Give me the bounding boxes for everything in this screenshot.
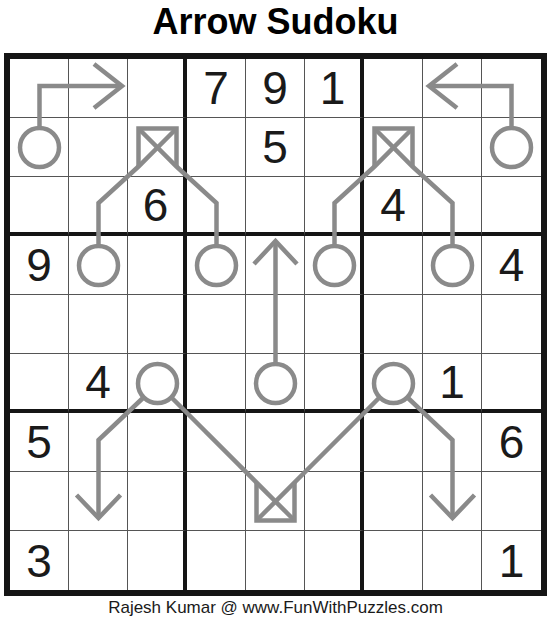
cell-r5c7[interactable] — [364, 295, 423, 354]
cell-r2c2[interactable] — [69, 118, 128, 177]
cell-r4c2[interactable] — [69, 236, 128, 295]
cell-r7c7[interactable] — [364, 413, 423, 472]
cell-r5c5[interactable] — [246, 295, 305, 354]
cell-r6c3[interactable] — [128, 354, 187, 413]
cell-r8c1[interactable] — [10, 472, 69, 531]
cell-r2c9[interactable] — [482, 118, 541, 177]
given-digit-r6c2[interactable]: 4 — [69, 354, 128, 413]
cell-r6c7[interactable] — [364, 354, 423, 413]
cell-r8c7[interactable] — [364, 472, 423, 531]
puzzle-title: Arrow Sudoku — [0, 1, 551, 43]
cell-r4c6[interactable] — [305, 236, 364, 295]
cell-r8c3[interactable] — [128, 472, 187, 531]
page: Arrow Sudoku 79156494415631 — [0, 0, 551, 621]
cell-r5c3[interactable] — [128, 295, 187, 354]
given-digit-r6c8[interactable]: 1 — [423, 354, 482, 413]
sudoku-board: 79156494415631 — [4, 53, 547, 596]
cell-r1c7[interactable] — [364, 59, 423, 118]
cell-r1c3[interactable] — [128, 59, 187, 118]
cell-r3c2[interactable] — [69, 177, 128, 236]
cell-r9c3[interactable] — [128, 531, 187, 590]
cell-r8c2[interactable] — [69, 472, 128, 531]
cell-r4c4[interactable] — [187, 236, 246, 295]
given-digit-r7c9[interactable]: 6 — [482, 413, 541, 472]
cell-r8c4[interactable] — [187, 472, 246, 531]
given-digit-r7c1[interactable]: 5 — [10, 413, 69, 472]
cell-r5c2[interactable] — [69, 295, 128, 354]
cell-r6c4[interactable] — [187, 354, 246, 413]
cell-r7c3[interactable] — [128, 413, 187, 472]
cell-r1c2[interactable] — [69, 59, 128, 118]
cell-r2c7[interactable] — [364, 118, 423, 177]
cell-r5c4[interactable] — [187, 295, 246, 354]
cell-r8c9[interactable] — [482, 472, 541, 531]
cell-r2c3[interactable] — [128, 118, 187, 177]
cell-r3c8[interactable] — [423, 177, 482, 236]
cell-r6c1[interactable] — [10, 354, 69, 413]
cell-r1c1[interactable] — [10, 59, 69, 118]
given-digit-r9c9[interactable]: 1 — [482, 531, 541, 590]
cell-r3c6[interactable] — [305, 177, 364, 236]
cell-r3c1[interactable] — [10, 177, 69, 236]
cell-r4c3[interactable] — [128, 236, 187, 295]
cell-r9c8[interactable] — [423, 531, 482, 590]
cell-r5c9[interactable] — [482, 295, 541, 354]
cell-r1c9[interactable] — [482, 59, 541, 118]
given-digit-r1c5[interactable]: 9 — [246, 59, 305, 118]
cell-r7c6[interactable] — [305, 413, 364, 472]
cell-r8c5[interactable] — [246, 472, 305, 531]
given-digit-r4c9[interactable]: 4 — [482, 236, 541, 295]
given-digit-r1c6[interactable]: 1 — [305, 59, 364, 118]
given-digit-r4c1[interactable]: 9 — [10, 236, 69, 295]
cell-r9c4[interactable] — [187, 531, 246, 590]
cell-r5c1[interactable] — [10, 295, 69, 354]
cell-r8c8[interactable] — [423, 472, 482, 531]
cell-r1c8[interactable] — [423, 59, 482, 118]
given-digit-r3c3[interactable]: 6 — [128, 177, 187, 236]
cell-r5c8[interactable] — [423, 295, 482, 354]
cell-r7c4[interactable] — [187, 413, 246, 472]
cell-r6c9[interactable] — [482, 354, 541, 413]
cell-r2c6[interactable] — [305, 118, 364, 177]
cell-r6c5[interactable] — [246, 354, 305, 413]
sudoku-grid: 79156494415631 — [10, 59, 541, 590]
cell-r6c6[interactable] — [305, 354, 364, 413]
cell-r9c5[interactable] — [246, 531, 305, 590]
cell-r9c2[interactable] — [69, 531, 128, 590]
cell-r7c8[interactable] — [423, 413, 482, 472]
cell-r3c5[interactable] — [246, 177, 305, 236]
cell-r2c4[interactable] — [187, 118, 246, 177]
given-digit-r3c7[interactable]: 4 — [364, 177, 423, 236]
cell-r3c9[interactable] — [482, 177, 541, 236]
cell-r7c5[interactable] — [246, 413, 305, 472]
cell-r2c8[interactable] — [423, 118, 482, 177]
cell-r3c4[interactable] — [187, 177, 246, 236]
cell-r4c5[interactable] — [246, 236, 305, 295]
cell-r9c6[interactable] — [305, 531, 364, 590]
cell-r9c7[interactable] — [364, 531, 423, 590]
cell-r4c8[interactable] — [423, 236, 482, 295]
given-digit-r1c4[interactable]: 7 — [187, 59, 246, 118]
cell-r4c7[interactable] — [364, 236, 423, 295]
cell-r2c1[interactable] — [10, 118, 69, 177]
cell-r8c6[interactable] — [305, 472, 364, 531]
given-digit-r2c5[interactable]: 5 — [246, 118, 305, 177]
given-digit-r9c1[interactable]: 3 — [10, 531, 69, 590]
credit-text: Rajesh Kumar @ www.FunWithPuzzles.com — [0, 598, 551, 618]
cell-r5c6[interactable] — [305, 295, 364, 354]
cell-r7c2[interactable] — [69, 413, 128, 472]
